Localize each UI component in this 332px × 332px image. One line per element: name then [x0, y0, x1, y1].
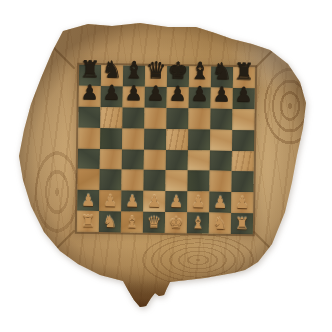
square-e3: [165, 170, 187, 191]
square-c1: ♝: [121, 212, 143, 233]
square-e2: ♟: [165, 191, 187, 212]
piece-white-king: ♚: [165, 212, 187, 233]
piece-white-pawn: ♟: [77, 190, 99, 211]
square-f5: [188, 129, 210, 150]
square-d3: [143, 170, 165, 191]
chess-board: ♜♞♝♛♚♝♞♜♟♟♟♟♟♟♟♟♟♟♟♟♟♟♟♟♜♞♝♛♚♝♞♜: [77, 65, 255, 234]
piece-white-queen: ♛: [143, 212, 165, 233]
square-b6: [100, 107, 122, 128]
square-g5: [210, 129, 232, 150]
square-b2: ♟: [99, 190, 121, 211]
square-h8: ♜: [233, 67, 255, 88]
piece-white-pawn: ♟: [99, 190, 121, 211]
square-h5: [232, 130, 254, 151]
square-c5: [122, 128, 144, 149]
square-c4: [122, 149, 144, 170]
piece-white-pawn: ♟: [209, 192, 231, 213]
piece-white-pawn: ♟: [187, 192, 209, 213]
square-b8: ♞: [101, 65, 123, 86]
square-h1: ♜: [231, 213, 253, 234]
piece-white-pawn: ♟: [121, 191, 143, 212]
square-f8: ♝: [189, 66, 211, 87]
square-h4: [232, 150, 254, 171]
square-g4: [210, 150, 232, 171]
slab-shadow-wrapper: ♜♞♝♛♚♝♞♜♟♟♟♟♟♟♟♟♟♟♟♟♟♟♟♟♜♞♝♛♚♝♞♜: [0, 0, 332, 332]
square-a5: [78, 127, 100, 148]
square-d1: ♛: [143, 212, 165, 233]
square-g7: ♟: [211, 87, 233, 108]
square-h6: [232, 109, 254, 130]
square-a7: ♟: [79, 86, 101, 107]
square-g2: ♟: [209, 192, 231, 213]
square-c2: ♟: [121, 191, 143, 212]
square-e1: ♚: [165, 212, 187, 233]
square-b4: [100, 149, 122, 170]
square-a8: ♜: [79, 65, 101, 86]
piece-white-pawn: ♟: [231, 192, 253, 213]
piece-white-bishop: ♝: [121, 212, 143, 233]
piece-white-knight: ♞: [99, 211, 121, 232]
piece-white-rook: ♜: [77, 211, 99, 232]
square-e5: [166, 129, 188, 150]
square-g3: [209, 171, 231, 192]
square-g8: ♞: [211, 67, 233, 88]
square-h7: ♟: [233, 88, 255, 109]
square-e4: [166, 150, 188, 171]
square-d8: ♛: [145, 66, 167, 87]
square-c6: [122, 107, 144, 128]
square-a3: [77, 169, 99, 190]
square-h3: [231, 171, 253, 192]
piece-white-pawn: ♟: [165, 191, 187, 212]
square-a2: ♟: [77, 190, 99, 211]
square-f7: ♟: [189, 87, 211, 108]
square-b1: ♞: [99, 211, 121, 232]
square-d7: ♟: [145, 87, 167, 108]
piece-white-knight: ♞: [209, 213, 231, 234]
square-f2: ♟: [187, 192, 209, 213]
square-g1: ♞: [209, 213, 231, 234]
square-f4: [188, 150, 210, 171]
product-photo: ♜♞♝♛♚♝♞♜♟♟♟♟♟♟♟♟♟♟♟♟♟♟♟♟♜♞♝♛♚♝♞♜: [0, 0, 332, 332]
piece-white-pawn: ♟: [143, 191, 165, 212]
square-f6: [188, 108, 210, 129]
square-d4: [144, 149, 166, 170]
square-h2: ♟: [231, 192, 253, 213]
square-f1: ♝: [187, 212, 209, 233]
piece-white-rook: ♜: [231, 213, 253, 234]
square-d5: [144, 128, 166, 149]
square-d2: ♟: [143, 191, 165, 212]
square-c7: ♟: [123, 86, 145, 107]
square-b3: [99, 169, 121, 190]
olive-wood-board-slab: ♜♞♝♛♚♝♞♜♟♟♟♟♟♟♟♟♟♟♟♟♟♟♟♟♜♞♝♛♚♝♞♜: [0, 0, 332, 332]
square-b5: [100, 128, 122, 149]
square-f3: [187, 171, 209, 192]
square-a1: ♜: [77, 211, 99, 232]
square-g6: [210, 108, 232, 129]
piece-white-bishop: ♝: [187, 212, 209, 233]
square-e8: ♚: [167, 66, 189, 87]
square-c8: ♝: [123, 65, 145, 86]
square-d6: [144, 107, 166, 128]
square-b7: ♟: [101, 86, 123, 107]
square-a6: [78, 107, 100, 128]
carved-foot: [120, 276, 174, 310]
square-c3: [121, 170, 143, 191]
square-e7: ♟: [167, 87, 189, 108]
square-e6: [166, 108, 188, 129]
square-a4: [78, 148, 100, 169]
